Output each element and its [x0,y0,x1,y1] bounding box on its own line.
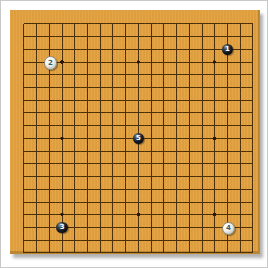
intersection[interactable] [119,132,132,145]
intersection[interactable] [68,170,81,183]
intersection[interactable] [221,81,234,94]
intersection[interactable] [234,132,247,145]
intersection[interactable] [43,119,56,132]
intersection[interactable] [234,170,247,183]
intersection[interactable] [247,170,260,183]
intersection[interactable] [18,234,31,247]
intersection[interactable] [43,247,56,260]
intersection[interactable] [30,43,43,56]
intersection[interactable] [30,18,43,31]
intersection[interactable] [247,183,260,196]
intersection[interactable] [30,119,43,132]
intersection[interactable] [81,81,94,94]
intersection[interactable] [56,43,69,56]
intersection[interactable] [145,247,158,260]
intersection[interactable] [208,107,221,120]
intersection[interactable] [43,208,56,221]
intersection[interactable] [158,18,171,31]
intersection[interactable] [18,145,31,158]
intersection[interactable] [145,221,158,234]
intersection[interactable] [234,234,247,247]
intersection[interactable] [196,234,209,247]
intersection[interactable]: 4 [221,221,234,234]
intersection[interactable] [247,30,260,43]
intersection[interactable] [30,94,43,107]
intersection[interactable] [247,208,260,221]
intersection[interactable] [234,30,247,43]
intersection[interactable] [18,221,31,234]
intersection[interactable] [158,68,171,81]
intersection[interactable] [18,247,31,260]
intersection[interactable] [234,119,247,132]
intersection[interactable] [43,196,56,209]
intersection[interactable] [81,18,94,31]
intersection[interactable] [196,132,209,145]
intersection[interactable] [234,247,247,260]
intersection[interactable] [208,170,221,183]
intersection[interactable] [119,18,132,31]
intersection[interactable] [119,234,132,247]
intersection[interactable] [30,247,43,260]
intersection[interactable] [208,81,221,94]
intersection[interactable] [170,119,183,132]
intersection[interactable] [94,158,107,171]
intersection[interactable] [132,119,145,132]
intersection[interactable] [247,107,260,120]
intersection[interactable] [107,145,120,158]
intersection[interactable] [221,208,234,221]
intersection[interactable] [196,81,209,94]
intersection[interactable] [158,234,171,247]
intersection[interactable] [56,94,69,107]
intersection[interactable] [107,94,120,107]
intersection[interactable] [208,56,221,69]
intersection[interactable] [81,158,94,171]
intersection[interactable] [234,43,247,56]
intersection[interactable] [56,81,69,94]
intersection[interactable] [132,94,145,107]
intersection[interactable] [145,183,158,196]
intersection[interactable] [183,43,196,56]
intersection[interactable] [68,56,81,69]
intersection[interactable] [30,68,43,81]
intersection[interactable] [56,132,69,145]
intersection[interactable] [247,81,260,94]
intersection[interactable] [247,56,260,69]
intersection[interactable] [132,234,145,247]
intersection[interactable] [107,221,120,234]
intersection[interactable] [18,30,31,43]
intersection[interactable] [247,234,260,247]
intersection[interactable] [94,119,107,132]
intersection[interactable] [145,132,158,145]
intersection[interactable] [94,170,107,183]
intersection[interactable] [56,158,69,171]
intersection[interactable] [30,158,43,171]
intersection[interactable] [196,119,209,132]
intersection[interactable] [234,221,247,234]
intersection[interactable] [234,18,247,31]
intersection[interactable] [43,221,56,234]
intersection[interactable] [132,221,145,234]
intersection[interactable] [56,196,69,209]
intersection[interactable] [56,234,69,247]
intersection[interactable] [208,234,221,247]
intersection[interactable] [221,196,234,209]
intersection[interactable] [208,119,221,132]
intersection[interactable] [81,107,94,120]
intersection[interactable] [145,234,158,247]
intersection[interactable] [132,30,145,43]
intersection[interactable] [221,183,234,196]
intersection[interactable] [183,196,196,209]
intersection[interactable] [43,132,56,145]
intersection[interactable] [68,30,81,43]
intersection[interactable] [145,68,158,81]
intersection[interactable] [183,30,196,43]
intersection[interactable] [158,170,171,183]
intersection[interactable] [43,170,56,183]
intersection[interactable] [158,158,171,171]
intersection[interactable] [119,30,132,43]
intersection[interactable] [234,94,247,107]
intersection[interactable] [196,158,209,171]
intersection[interactable] [221,247,234,260]
intersection[interactable] [145,94,158,107]
intersection[interactable] [43,30,56,43]
intersection[interactable] [68,132,81,145]
intersection[interactable] [107,107,120,120]
intersection[interactable] [247,221,260,234]
intersection[interactable] [18,170,31,183]
intersection[interactable] [68,158,81,171]
intersection[interactable] [56,30,69,43]
intersection[interactable] [158,247,171,260]
intersection[interactable] [30,234,43,247]
intersection[interactable] [94,145,107,158]
intersection[interactable] [18,107,31,120]
intersection[interactable] [170,94,183,107]
intersection[interactable] [158,81,171,94]
intersection[interactable] [170,107,183,120]
intersection[interactable] [18,56,31,69]
intersection[interactable] [30,81,43,94]
intersection[interactable] [94,132,107,145]
intersection[interactable] [18,132,31,145]
intersection[interactable] [208,183,221,196]
intersection[interactable] [56,56,69,69]
intersection[interactable] [221,234,234,247]
intersection[interactable] [170,183,183,196]
intersection[interactable]: 2 [43,56,56,69]
intersection[interactable] [170,158,183,171]
intersection[interactable] [56,208,69,221]
intersection[interactable] [183,170,196,183]
intersection[interactable] [43,234,56,247]
intersection[interactable] [30,30,43,43]
intersection[interactable] [247,94,260,107]
intersection[interactable] [68,247,81,260]
intersection[interactable] [208,196,221,209]
intersection[interactable] [145,107,158,120]
intersection[interactable] [158,208,171,221]
intersection[interactable] [30,170,43,183]
intersection[interactable] [30,145,43,158]
intersection[interactable] [132,170,145,183]
intersection[interactable] [81,132,94,145]
intersection[interactable] [132,158,145,171]
intersection[interactable] [170,247,183,260]
intersection[interactable] [132,247,145,260]
intersection[interactable] [18,94,31,107]
intersection[interactable] [18,183,31,196]
intersection[interactable] [68,234,81,247]
intersection[interactable] [183,81,196,94]
intersection[interactable] [170,208,183,221]
intersection[interactable] [56,119,69,132]
intersection[interactable] [18,158,31,171]
intersection[interactable] [94,183,107,196]
intersection[interactable] [94,43,107,56]
intersection[interactable] [81,68,94,81]
intersection[interactable] [107,170,120,183]
intersection[interactable] [68,196,81,209]
intersection[interactable]: 1 [221,43,234,56]
intersection[interactable] [247,132,260,145]
intersection[interactable] [107,18,120,31]
intersection[interactable] [132,145,145,158]
intersection[interactable] [81,247,94,260]
intersection[interactable] [183,145,196,158]
intersection[interactable] [208,68,221,81]
intersection[interactable] [30,221,43,234]
intersection[interactable] [81,183,94,196]
intersection[interactable] [247,43,260,56]
intersection[interactable] [183,132,196,145]
intersection[interactable] [145,158,158,171]
intersection[interactable]: 5 [132,132,145,145]
intersection[interactable] [145,56,158,69]
intersection[interactable] [68,221,81,234]
intersection[interactable] [68,119,81,132]
intersection[interactable] [183,183,196,196]
intersection[interactable] [145,119,158,132]
intersection[interactable] [107,196,120,209]
intersection[interactable] [196,56,209,69]
intersection[interactable] [81,43,94,56]
intersection[interactable] [30,196,43,209]
intersection[interactable] [247,18,260,31]
intersection[interactable] [56,18,69,31]
intersection[interactable] [158,119,171,132]
intersection[interactable] [145,18,158,31]
intersection[interactable] [119,94,132,107]
intersection[interactable] [221,132,234,145]
intersection[interactable] [43,81,56,94]
intersection[interactable] [132,208,145,221]
intersection[interactable] [208,132,221,145]
intersection[interactable] [119,158,132,171]
intersection[interactable] [234,81,247,94]
intersection[interactable] [145,208,158,221]
intersection[interactable] [208,94,221,107]
intersection[interactable] [119,145,132,158]
intersection[interactable] [170,56,183,69]
intersection[interactable] [43,94,56,107]
intersection[interactable] [81,208,94,221]
intersection[interactable] [132,56,145,69]
intersection[interactable] [94,247,107,260]
intersection[interactable] [30,132,43,145]
intersection[interactable] [81,170,94,183]
intersection[interactable] [119,56,132,69]
intersection[interactable] [221,56,234,69]
intersection[interactable] [56,183,69,196]
intersection[interactable]: 3 [56,221,69,234]
intersection[interactable] [221,170,234,183]
intersection[interactable] [247,247,260,260]
intersection[interactable] [208,18,221,31]
intersection[interactable] [247,145,260,158]
intersection[interactable] [183,94,196,107]
intersection[interactable] [119,107,132,120]
intersection[interactable] [247,68,260,81]
intersection[interactable] [119,183,132,196]
intersection[interactable] [183,107,196,120]
intersection[interactable] [170,30,183,43]
intersection[interactable] [68,81,81,94]
intersection[interactable] [196,68,209,81]
intersection[interactable] [81,234,94,247]
intersection[interactable] [183,158,196,171]
intersection[interactable] [234,145,247,158]
intersection[interactable] [18,18,31,31]
intersection[interactable] [208,247,221,260]
intersection[interactable] [170,132,183,145]
intersection[interactable] [145,30,158,43]
intersection[interactable] [68,183,81,196]
intersection[interactable] [145,145,158,158]
intersection[interactable] [107,208,120,221]
intersection[interactable] [94,94,107,107]
intersection[interactable] [94,81,107,94]
intersection[interactable] [221,18,234,31]
intersection[interactable] [170,18,183,31]
intersection[interactable] [81,94,94,107]
intersection[interactable] [158,145,171,158]
intersection[interactable] [68,43,81,56]
intersection[interactable] [94,221,107,234]
intersection[interactable] [43,107,56,120]
intersection[interactable] [158,196,171,209]
intersection[interactable] [196,30,209,43]
intersection[interactable] [94,234,107,247]
intersection[interactable] [158,94,171,107]
intersection[interactable] [119,119,132,132]
intersection[interactable] [18,68,31,81]
intersection[interactable] [56,247,69,260]
intersection[interactable] [43,158,56,171]
intersection[interactable] [107,30,120,43]
intersection[interactable] [68,145,81,158]
intersection[interactable] [119,68,132,81]
intersection[interactable] [170,234,183,247]
intersection[interactable] [196,208,209,221]
intersection[interactable] [208,158,221,171]
intersection[interactable] [170,68,183,81]
intersection[interactable] [119,221,132,234]
intersection[interactable] [119,196,132,209]
intersection[interactable] [158,107,171,120]
intersection[interactable] [234,183,247,196]
intersection[interactable] [81,196,94,209]
board-grid[interactable]: 12534 [18,18,260,260]
intersection[interactable] [132,43,145,56]
intersection[interactable] [196,183,209,196]
intersection[interactable] [247,158,260,171]
intersection[interactable] [158,221,171,234]
intersection[interactable] [107,68,120,81]
intersection[interactable] [234,158,247,171]
intersection[interactable] [247,196,260,209]
intersection[interactable] [208,30,221,43]
intersection[interactable] [81,56,94,69]
intersection[interactable] [183,234,196,247]
intersection[interactable] [196,94,209,107]
intersection[interactable] [170,43,183,56]
intersection[interactable] [196,43,209,56]
intersection[interactable] [119,43,132,56]
intersection[interactable] [94,196,107,209]
intersection[interactable] [208,208,221,221]
intersection[interactable] [68,68,81,81]
intersection[interactable] [196,145,209,158]
intersection[interactable] [119,81,132,94]
intersection[interactable] [107,234,120,247]
intersection[interactable] [132,68,145,81]
intersection[interactable] [221,94,234,107]
intersection[interactable] [81,30,94,43]
intersection[interactable] [107,183,120,196]
intersection[interactable] [43,68,56,81]
intersection[interactable] [145,196,158,209]
intersection[interactable] [107,43,120,56]
intersection[interactable] [196,196,209,209]
intersection[interactable] [221,145,234,158]
intersection[interactable] [170,196,183,209]
intersection[interactable] [196,170,209,183]
intersection[interactable] [234,196,247,209]
intersection[interactable] [81,145,94,158]
intersection[interactable] [183,208,196,221]
intersection[interactable] [30,208,43,221]
intersection[interactable] [132,18,145,31]
intersection[interactable] [132,107,145,120]
intersection[interactable] [221,107,234,120]
intersection[interactable] [221,158,234,171]
intersection[interactable] [221,119,234,132]
intersection[interactable] [145,81,158,94]
intersection[interactable] [208,145,221,158]
intersection[interactable] [158,43,171,56]
intersection[interactable] [234,56,247,69]
intersection[interactable] [247,119,260,132]
intersection[interactable] [18,43,31,56]
intersection[interactable] [18,81,31,94]
intersection[interactable] [183,221,196,234]
intersection[interactable] [119,247,132,260]
intersection[interactable] [68,94,81,107]
